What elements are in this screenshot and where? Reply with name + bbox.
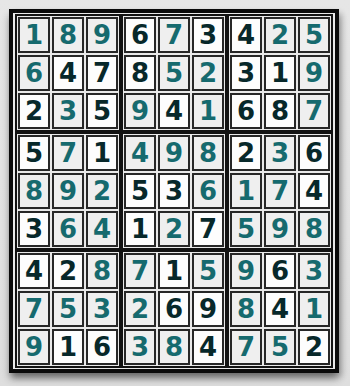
cell-r8c8[interactable]: 4	[264, 291, 296, 327]
cell-r4c8[interactable]: 3	[264, 135, 296, 171]
box-2: 673852941	[121, 14, 227, 132]
cell-r1c2[interactable]: 8	[52, 17, 84, 53]
cell-r8c5[interactable]: 6	[158, 291, 190, 327]
cell-r3c5[interactable]: 4	[158, 93, 190, 129]
cell-r3c7[interactable]: 6	[230, 93, 262, 129]
cell-r7c6[interactable]: 5	[192, 253, 224, 289]
cell-r1c8[interactable]: 2	[264, 17, 296, 53]
cell-r7c7[interactable]: 9	[230, 253, 262, 289]
cell-r6c2[interactable]: 6	[52, 211, 84, 247]
cell-r8c2[interactable]: 5	[52, 291, 84, 327]
cell-r8c7[interactable]: 8	[230, 291, 262, 327]
cell-r9c8[interactable]: 5	[264, 329, 296, 365]
cell-r3c9[interactable]: 7	[298, 93, 330, 129]
box-7: 428753916	[15, 250, 121, 368]
cell-r2c4[interactable]: 8	[124, 55, 156, 91]
cell-r6c4[interactable]: 1	[124, 211, 156, 247]
cell-r1c6[interactable]: 3	[192, 17, 224, 53]
cell-r2c6[interactable]: 2	[192, 55, 224, 91]
cell-r4c2[interactable]: 7	[52, 135, 84, 171]
cell-r7c9[interactable]: 3	[298, 253, 330, 289]
cell-r4c4[interactable]: 4	[124, 135, 156, 171]
box-3: 425319687	[227, 14, 333, 132]
cell-r3c6[interactable]: 1	[192, 93, 224, 129]
cell-r2c1[interactable]: 6	[18, 55, 50, 91]
box-4: 571892364	[15, 132, 121, 250]
cell-r3c1[interactable]: 2	[18, 93, 50, 129]
page-background: 1896472356738529414253196875718923644985…	[0, 0, 350, 386]
cell-r6c1[interactable]: 3	[18, 211, 50, 247]
cell-r5c2[interactable]: 9	[52, 173, 84, 209]
cell-r6c7[interactable]: 5	[230, 211, 262, 247]
cell-r4c5[interactable]: 9	[158, 135, 190, 171]
cell-r5c3[interactable]: 2	[86, 173, 118, 209]
box-9: 963841752	[227, 250, 333, 368]
cell-r7c3[interactable]: 8	[86, 253, 118, 289]
cell-r6c9[interactable]: 8	[298, 211, 330, 247]
box-1: 189647235	[15, 14, 121, 132]
cell-r1c4[interactable]: 6	[124, 17, 156, 53]
cell-r6c8[interactable]: 9	[264, 211, 296, 247]
cell-r1c9[interactable]: 5	[298, 17, 330, 53]
cell-r3c4[interactable]: 9	[124, 93, 156, 129]
cell-r4c7[interactable]: 2	[230, 135, 262, 171]
box-5: 498536127	[121, 132, 227, 250]
sudoku-board: 1896472356738529414253196875718923644985…	[9, 9, 339, 373]
cell-r5c9[interactable]: 4	[298, 173, 330, 209]
cell-r5c8[interactable]: 7	[264, 173, 296, 209]
cell-r6c5[interactable]: 2	[158, 211, 190, 247]
cell-r5c5[interactable]: 3	[158, 173, 190, 209]
cell-r8c6[interactable]: 9	[192, 291, 224, 327]
cell-r2c7[interactable]: 3	[230, 55, 262, 91]
cell-r5c6[interactable]: 6	[192, 173, 224, 209]
cell-r9c6[interactable]: 4	[192, 329, 224, 365]
cell-r1c5[interactable]: 7	[158, 17, 190, 53]
cell-r4c9[interactable]: 6	[298, 135, 330, 171]
cell-r5c7[interactable]: 1	[230, 173, 262, 209]
cell-r2c5[interactable]: 5	[158, 55, 190, 91]
cell-r8c9[interactable]: 1	[298, 291, 330, 327]
cell-r2c3[interactable]: 7	[86, 55, 118, 91]
cell-r4c3[interactable]: 1	[86, 135, 118, 171]
cell-r4c1[interactable]: 5	[18, 135, 50, 171]
cell-r6c6[interactable]: 7	[192, 211, 224, 247]
cell-r7c5[interactable]: 1	[158, 253, 190, 289]
cell-r1c1[interactable]: 1	[18, 17, 50, 53]
cell-r8c1[interactable]: 7	[18, 291, 50, 327]
cell-r7c1[interactable]: 4	[18, 253, 50, 289]
cell-r3c8[interactable]: 8	[264, 93, 296, 129]
cell-r1c3[interactable]: 9	[86, 17, 118, 53]
cell-r7c2[interactable]: 2	[52, 253, 84, 289]
cell-r2c9[interactable]: 9	[298, 55, 330, 91]
cell-r9c1[interactable]: 9	[18, 329, 50, 365]
cell-r9c3[interactable]: 6	[86, 329, 118, 365]
cell-r8c4[interactable]: 2	[124, 291, 156, 327]
cell-r5c1[interactable]: 8	[18, 173, 50, 209]
cell-r3c3[interactable]: 5	[86, 93, 118, 129]
cell-r6c3[interactable]: 4	[86, 211, 118, 247]
cell-r2c2[interactable]: 4	[52, 55, 84, 91]
box-8: 715269384	[121, 250, 227, 368]
cell-r9c2[interactable]: 1	[52, 329, 84, 365]
cell-r5c4[interactable]: 5	[124, 173, 156, 209]
cell-r2c8[interactable]: 1	[264, 55, 296, 91]
cell-r8c3[interactable]: 3	[86, 291, 118, 327]
cell-r9c9[interactable]: 2	[298, 329, 330, 365]
cell-r9c4[interactable]: 3	[124, 329, 156, 365]
cell-r4c6[interactable]: 8	[192, 135, 224, 171]
cell-r7c4[interactable]: 7	[124, 253, 156, 289]
cell-r1c7[interactable]: 4	[230, 17, 262, 53]
cell-r9c5[interactable]: 8	[158, 329, 190, 365]
cell-r3c2[interactable]: 3	[52, 93, 84, 129]
cell-r7c8[interactable]: 6	[264, 253, 296, 289]
cell-r9c7[interactable]: 7	[230, 329, 262, 365]
box-6: 236174598	[227, 132, 333, 250]
